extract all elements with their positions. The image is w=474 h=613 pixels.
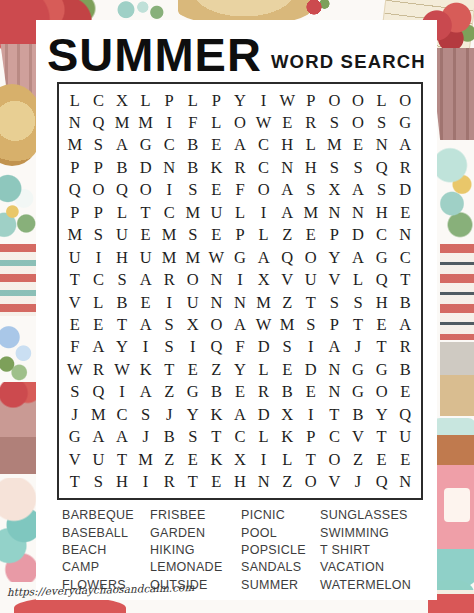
- word-list-item: PICNIC: [241, 507, 320, 524]
- grid-cell-r18c8: H: [228, 471, 252, 493]
- grid-cell-r6c1: P: [63, 202, 87, 224]
- grid-cell-r11c7: O: [205, 314, 229, 336]
- grid-cell-r16c14: T: [370, 426, 394, 448]
- grid-cell-r1c11: P: [299, 89, 323, 111]
- grid-cell-r14c4: A: [134, 381, 158, 403]
- grid-cell-r7c8: P: [228, 224, 252, 246]
- grid-cell-r16c2: A: [87, 426, 111, 448]
- grid-cell-r6c4: T: [134, 202, 158, 224]
- grid-cell-r8c4: U: [134, 246, 158, 268]
- grid-cell-r9c12: V: [323, 269, 347, 291]
- grid-cell-r14c9: R: [252, 381, 276, 403]
- grid-cell-r3c12: M: [323, 134, 347, 156]
- patterned-cloth-illustration-right: [440, 244, 474, 340]
- grid-cell-r5c6: S: [181, 179, 205, 201]
- grid-cell-r4c15: R: [393, 157, 417, 179]
- grid-cell-r8c3: H: [110, 246, 134, 268]
- grid-cell-r8c14: G: [370, 246, 394, 268]
- grid-cell-r2c8: O: [228, 112, 252, 134]
- grid-cell-r4c3: B: [110, 157, 134, 179]
- grid-cell-r6c12: N: [323, 202, 347, 224]
- grid-cell-r11c2: E: [87, 314, 111, 336]
- grid-cell-r13c8: Y: [228, 359, 252, 381]
- grid-cell-r7c3: U: [110, 224, 134, 246]
- word-list-item: BARBEQUE: [62, 507, 150, 524]
- grid-cell-r18c12: V: [323, 471, 347, 493]
- grid-cell-r12c11: I: [299, 336, 323, 358]
- teal-flowers-illustration-left: [0, 172, 40, 238]
- grid-cell-r10c13: S: [346, 291, 370, 313]
- grid-cell-r8c10: Q: [275, 246, 299, 268]
- grid-cell-r12c8: F: [228, 336, 252, 358]
- grid-cell-r11c14: E: [370, 314, 394, 336]
- grid-cell-r17c5: Z: [157, 448, 181, 470]
- grid-cell-r5c2: O: [87, 179, 111, 201]
- grid-cell-r16c12: C: [323, 426, 347, 448]
- grid-cell-r8c1: U: [63, 246, 87, 268]
- grid-cell-r13c5: T: [157, 359, 181, 381]
- grid-cell-r3c10: H: [275, 134, 299, 156]
- grid-cell-r12c13: J: [346, 336, 370, 358]
- grid-cell-r9c10: V: [275, 269, 299, 291]
- grid-cell-r6c14: H: [370, 202, 394, 224]
- title-summer: SUMMER: [47, 30, 262, 79]
- grid-cell-r9c11: U: [299, 269, 323, 291]
- grid-cell-r3c3: A: [110, 134, 134, 156]
- grid-cell-r12c9: D: [252, 336, 276, 358]
- grid-cell-r6c3: L: [110, 202, 134, 224]
- grid-cell-r2c7: L: [205, 112, 229, 134]
- grid-cell-r12c2: A: [87, 336, 111, 358]
- grid-cell-r5c3: Q: [110, 179, 134, 201]
- grid-cell-r9c8: I: [228, 269, 252, 291]
- grid-cell-r16c5: B: [157, 426, 181, 448]
- grid-cell-r11c1: E: [63, 314, 87, 336]
- grid-cell-r3c4: G: [134, 134, 158, 156]
- grid-cell-r17c1: V: [63, 448, 87, 470]
- grid-cell-r4c1: P: [63, 157, 87, 179]
- grid-cell-r15c15: Q: [393, 404, 417, 426]
- grid-cell-r13c10: E: [275, 359, 299, 381]
- grid-cell-r17c10: L: [275, 448, 299, 470]
- grid-cell-r5c9: O: [252, 179, 276, 201]
- grid-cell-r15c4: S: [134, 404, 158, 426]
- grid-cell-r11c13: T: [346, 314, 370, 336]
- grid-cell-r12c12: A: [323, 336, 347, 358]
- puzzle-card: SUMMER WORD SEARCH LCXLPLPYIWPOOLONQMMIF…: [36, 20, 437, 600]
- grid-cell-r13c1: W: [63, 359, 87, 381]
- grid-cell-r1c4: L: [134, 89, 158, 111]
- grid-cell-r1c9: I: [252, 89, 276, 111]
- grid-cell-r8c9: A: [252, 246, 276, 268]
- grid-cell-r10c4: E: [134, 291, 158, 313]
- blue-flowers-illustration-left: [0, 318, 36, 382]
- grid-cell-r2c9: W: [252, 112, 276, 134]
- grid-cell-r15c2: M: [87, 404, 111, 426]
- grid-cell-r8c13: A: [346, 246, 370, 268]
- word-list-item: LEMONADE: [150, 559, 241, 576]
- grid-cell-r12c14: T: [370, 336, 394, 358]
- grid-cell-r5c10: A: [275, 179, 299, 201]
- grid-cell-r12c1: F: [63, 336, 87, 358]
- grid-cell-r7c15: N: [393, 224, 417, 246]
- grid-cell-r16c7: T: [205, 426, 229, 448]
- strawberry-illustration-top: [302, 0, 332, 18]
- grid-cell-r11c4: A: [134, 314, 158, 336]
- grid-cell-r18c5: R: [157, 471, 181, 493]
- grid-cell-r11c8: A: [228, 314, 252, 336]
- grid-cell-r18c11: O: [299, 471, 323, 493]
- grid-cell-r2c11: R: [299, 112, 323, 134]
- grid-cell-r7c1: M: [63, 224, 87, 246]
- flowers-illustration-right: [436, 146, 474, 242]
- grid-cell-r17c14: E: [370, 448, 394, 470]
- grid-cell-r16c15: U: [393, 426, 417, 448]
- grid-cell-r15c13: B: [346, 404, 370, 426]
- grid-cell-r1c14: L: [370, 89, 394, 111]
- grid-cell-r18c9: N: [252, 471, 276, 493]
- grid-cell-r4c7: K: [205, 157, 229, 179]
- grid-cell-r7c11: E: [299, 224, 323, 246]
- word-list: BARBEQUEBASEBALLBEACHCAMPFLOWERSFRISBEEG…: [62, 507, 437, 593]
- grid-cell-r13c4: K: [134, 359, 158, 381]
- grid-cell-r18c7: E: [205, 471, 229, 493]
- grid-cell-r16c11: P: [299, 426, 323, 448]
- grid-cell-r18c14: Q: [370, 471, 394, 493]
- grid-cell-r10c10: Z: [275, 291, 299, 313]
- grid-cell-r7c12: P: [323, 224, 347, 246]
- grid-cell-r2c4: M: [134, 112, 158, 134]
- grid-cell-r18c3: H: [110, 471, 134, 493]
- grid-cell-r3c11: L: [299, 134, 323, 156]
- grid-cell-r6c10: A: [275, 202, 299, 224]
- grid-cell-r2c3: M: [110, 112, 134, 134]
- grid-cell-r13c15: B: [393, 359, 417, 381]
- grid-cell-r16c13: V: [346, 426, 370, 448]
- grid-cell-r7c2: S: [87, 224, 111, 246]
- grid-cell-r9c9: X: [252, 269, 276, 291]
- grid-cell-r8c5: M: [157, 246, 181, 268]
- grid-cell-r7c9: L: [252, 224, 276, 246]
- grid-cell-r8c2: I: [87, 246, 111, 268]
- grid-cell-r15c5: J: [157, 404, 181, 426]
- grid-cell-r15c14: Y: [370, 404, 394, 426]
- grid-cell-r10c8: N: [228, 291, 252, 313]
- grid-cell-r17c8: X: [228, 448, 252, 470]
- lemonade-jar-label-illustration: [444, 488, 470, 522]
- grid-cell-r2c12: S: [323, 112, 347, 134]
- grid-cell-r17c3: T: [110, 448, 134, 470]
- grid-cell-r2c1: N: [63, 112, 87, 134]
- grid-cell-r10c3: B: [110, 291, 134, 313]
- grid-cell-r5c1: Q: [63, 179, 87, 201]
- grid-cell-r14c11: E: [299, 381, 323, 403]
- grid-cell-r15c9: D: [252, 404, 276, 426]
- grid-cell-r5c8: F: [228, 179, 252, 201]
- grid-cell-r5c5: I: [157, 179, 181, 201]
- grid-cell-r2c5: I: [157, 112, 181, 134]
- grid-cell-r4c6: B: [181, 157, 205, 179]
- grid-cell-r17c6: E: [181, 448, 205, 470]
- patterned-towel-illustration-left: [0, 244, 36, 316]
- grid-cell-r10c12: S: [323, 291, 347, 313]
- grid-cell-r10c14: H: [370, 291, 394, 313]
- grid-cell-r16c6: S: [181, 426, 205, 448]
- grid-cell-r9c4: A: [134, 269, 158, 291]
- grid-cell-r9c7: N: [205, 269, 229, 291]
- word-list-item: SANDALS: [241, 559, 320, 576]
- grid-cell-r12c5: S: [157, 336, 181, 358]
- grid-cell-r18c10: Z: [275, 471, 299, 493]
- grid-cell-r14c10: B: [275, 381, 299, 403]
- grid-cell-r4c12: S: [323, 157, 347, 179]
- grid-cell-r15c8: A: [228, 404, 252, 426]
- grid-cell-r6c5: C: [157, 202, 181, 224]
- letter-grid: LCXLPLPYIWPOOLONQMMIFLOWERSOSGMSAGCBEACH…: [57, 82, 423, 500]
- grid-cell-r7c6: S: [181, 224, 205, 246]
- grid-cell-r4c14: Q: [370, 157, 394, 179]
- grid-cell-r9c2: C: [87, 269, 111, 291]
- grid-cell-r10c5: I: [157, 291, 181, 313]
- grid-cell-r12c6: I: [181, 336, 205, 358]
- grid-cell-r13c11: D: [299, 359, 323, 381]
- grid-cell-r4c8: R: [228, 157, 252, 179]
- grid-cell-r13c3: W: [110, 359, 134, 381]
- grid-cell-r12c15: R: [393, 336, 417, 358]
- grid-cell-r4c9: C: [252, 157, 276, 179]
- grid-cell-r13c13: G: [346, 359, 370, 381]
- grid-cell-r8c8: G: [228, 246, 252, 268]
- grid-cell-r8c6: M: [181, 246, 205, 268]
- grid-cell-r7c10: Z: [275, 224, 299, 246]
- grid-cell-r13c6: E: [181, 359, 205, 381]
- grid-cell-r11c3: T: [110, 314, 134, 336]
- word-list-item: SUMMER: [241, 577, 320, 594]
- grid-cell-r12c7: Q: [205, 336, 229, 358]
- grid-cell-r2c6: F: [181, 112, 205, 134]
- grid-cell-r2c10: E: [275, 112, 299, 134]
- grid-cell-r18c2: S: [87, 471, 111, 493]
- grid-cell-r9c14: Q: [370, 269, 394, 291]
- grid-cell-r1c8: Y: [228, 89, 252, 111]
- word-list-item: POOL: [241, 525, 320, 542]
- grid-cell-r14c7: B: [205, 381, 229, 403]
- grid-cell-r5c14: S: [370, 179, 394, 201]
- grid-cell-r8c15: C: [393, 246, 417, 268]
- grid-cell-r11c11: S: [299, 314, 323, 336]
- grid-cell-r9c15: T: [393, 269, 417, 291]
- grid-cell-r15c12: T: [323, 404, 347, 426]
- grid-cell-r6c9: I: [252, 202, 276, 224]
- word-list-item: CAMP: [62, 559, 150, 576]
- grid-cell-r5c12: X: [323, 179, 347, 201]
- grid-cell-r1c15: O: [393, 89, 417, 111]
- grid-cell-r13c7: Z: [205, 359, 229, 381]
- word-list-item: T SHIRT: [320, 542, 437, 559]
- grid-cell-r10c9: M: [252, 291, 276, 313]
- grid-cell-r2c14: S: [370, 112, 394, 134]
- grid-cell-r16c9: L: [252, 426, 276, 448]
- grid-cell-r5c15: D: [393, 179, 417, 201]
- grid-cell-r3c1: M: [63, 134, 87, 156]
- grid-cell-r1c12: O: [323, 89, 347, 111]
- grid-cell-r15c10: X: [275, 404, 299, 426]
- grid-cell-r6c11: M: [299, 202, 323, 224]
- grid-cell-r1c2: C: [87, 89, 111, 111]
- grid-cell-r17c13: Z: [346, 448, 370, 470]
- grid-cell-r12c3: Y: [110, 336, 134, 358]
- grid-cell-r9c6: O: [181, 269, 205, 291]
- grid-cell-r13c2: R: [87, 359, 111, 381]
- grid-cell-r6c7: U: [205, 202, 229, 224]
- grid-cell-r14c15: E: [393, 381, 417, 403]
- grid-cell-r17c9: I: [252, 448, 276, 470]
- word-list-item: WATERMELON: [320, 577, 437, 594]
- grid-cell-r6c6: M: [181, 202, 205, 224]
- grid-cell-r17c2: U: [87, 448, 111, 470]
- grid-cell-r18c6: T: [181, 471, 205, 493]
- grid-cell-r13c9: L: [252, 359, 276, 381]
- grid-cell-r16c10: K: [275, 426, 299, 448]
- grid-cell-r10c15: B: [393, 291, 417, 313]
- grid-cell-r3c9: C: [252, 134, 276, 156]
- grid-cell-r16c4: J: [134, 426, 158, 448]
- grid-cell-r8c7: W: [205, 246, 229, 268]
- grid-cell-r5c7: E: [205, 179, 229, 201]
- word-list-item: VACATION: [320, 559, 437, 576]
- title-word-search: WORD SEARCH: [262, 51, 426, 79]
- grid-cell-r18c1: T: [63, 471, 87, 493]
- grid-cell-r17c7: K: [205, 448, 229, 470]
- grid-cell-r8c12: Y: [323, 246, 347, 268]
- grid-cell-r15c7: K: [205, 404, 229, 426]
- grid-cell-r17c12: O: [323, 448, 347, 470]
- grid-cell-r12c10: S: [275, 336, 299, 358]
- grid-cell-r14c6: G: [181, 381, 205, 403]
- grid-cell-r4c10: N: [275, 157, 299, 179]
- word-list-column: SUNGLASSESSWIMMINGT SHIRTVACATIONWATERME…: [320, 507, 437, 593]
- grid-cell-r1c6: L: [181, 89, 205, 111]
- grid-cell-r14c8: E: [228, 381, 252, 403]
- grid-cell-r5c11: S: [299, 179, 323, 201]
- grid-cell-r8c11: O: [299, 246, 323, 268]
- grid-cell-r17c4: M: [134, 448, 158, 470]
- grid-cell-r9c1: T: [63, 269, 87, 291]
- grid-cell-r17c15: E: [393, 448, 417, 470]
- grid-cell-r16c1: G: [63, 426, 87, 448]
- grid-cell-r18c13: J: [346, 471, 370, 493]
- grid-cell-r3c6: B: [181, 134, 205, 156]
- grid-cell-r10c2: L: [87, 291, 111, 313]
- word-list-item: GARDEN: [150, 525, 241, 542]
- grid-cell-r3c15: A: [393, 134, 417, 156]
- grid-cell-r14c3: I: [110, 381, 134, 403]
- grid-cell-r1c5: P: [157, 89, 181, 111]
- grid-cell-r17c11: T: [299, 448, 323, 470]
- grid-cell-r14c14: O: [370, 381, 394, 403]
- grid-cell-r10c6: U: [181, 291, 205, 313]
- grid-cell-r7c14: C: [370, 224, 394, 246]
- word-list-item: BASEBALL: [62, 525, 150, 542]
- grid-cell-r2c15: G: [393, 112, 417, 134]
- grid-cell-r14c13: G: [346, 381, 370, 403]
- grid-cell-r11c9: W: [252, 314, 276, 336]
- grid-cell-r4c2: P: [87, 157, 111, 179]
- cutting-board-illustration-right: [440, 342, 474, 416]
- grid-cell-r1c13: O: [346, 89, 370, 111]
- grid-cell-r2c13: O: [346, 112, 370, 134]
- grid-cell-r2c2: Q: [87, 112, 111, 134]
- grid-cell-r5c4: O: [134, 179, 158, 201]
- word-list-column: PICNICPOOLPOPSICLESANDALSSUMMER: [241, 507, 320, 593]
- grid-cell-r15c11: I: [299, 404, 323, 426]
- grid-cell-r1c3: X: [110, 89, 134, 111]
- grid-cell-r5c13: A: [346, 179, 370, 201]
- word-list-item: HIKING: [150, 542, 241, 559]
- grid-cell-r15c6: Y: [181, 404, 205, 426]
- grid-cell-r11c15: A: [393, 314, 417, 336]
- grid-cell-r14c1: S: [63, 381, 87, 403]
- grid-cell-r6c2: P: [87, 202, 111, 224]
- grid-cell-r10c1: V: [63, 291, 87, 313]
- grid-cell-r10c7: N: [205, 291, 229, 313]
- word-list-item: POPSICLE: [241, 542, 320, 559]
- grid-cell-r7c4: E: [134, 224, 158, 246]
- grid-cell-r11c6: X: [181, 314, 205, 336]
- grid-cell-r12c4: I: [134, 336, 158, 358]
- word-list-item: SUNGLASSES: [320, 507, 437, 524]
- grid-cell-r1c7: P: [205, 89, 229, 111]
- word-list-column: BARBEQUEBASEBALLBEACHCAMPFLOWERS: [62, 507, 150, 593]
- grid-cell-r13c12: N: [323, 359, 347, 381]
- grid-cell-r13c14: G: [370, 359, 394, 381]
- grid-cell-r18c15: N: [393, 471, 417, 493]
- grid-cell-r11c5: S: [157, 314, 181, 336]
- grid-cell-r6c8: L: [228, 202, 252, 224]
- grid-cell-r4c13: S: [346, 157, 370, 179]
- word-list-item: SWIMMING: [320, 525, 437, 542]
- grid-cell-r15c1: J: [63, 404, 87, 426]
- grid-cell-r7c7: E: [205, 224, 229, 246]
- grid-cell-r9c5: R: [157, 269, 181, 291]
- grid-cell-r7c5: M: [157, 224, 181, 246]
- grid-cell-r3c13: E: [346, 134, 370, 156]
- grid-cell-r14c12: N: [323, 381, 347, 403]
- grid-cell-r9c3: S: [110, 269, 134, 291]
- word-list-item: BEACH: [62, 542, 150, 559]
- grid-cell-r6c13: N: [346, 202, 370, 224]
- grid-cell-r18c4: I: [134, 471, 158, 493]
- grid-cell-r14c2: Q: [87, 381, 111, 403]
- grid-cell-r16c3: A: [110, 426, 134, 448]
- grid-cell-r4c11: H: [299, 157, 323, 179]
- grid-cell-r3c2: S: [87, 134, 111, 156]
- grid-cell-r4c4: D: [134, 157, 158, 179]
- grid-cell-r1c1: L: [63, 89, 87, 111]
- grid-cell-r7c13: D: [346, 224, 370, 246]
- grid-cell-r3c8: A: [228, 134, 252, 156]
- grid-cell-r6c15: E: [393, 202, 417, 224]
- page-title: SUMMER WORD SEARCH: [36, 20, 437, 79]
- grid-cell-r11c12: P: [323, 314, 347, 336]
- grid-cell-r15c3: C: [110, 404, 134, 426]
- grid-cell-r14c5: Z: [157, 381, 181, 403]
- grid-cell-r3c14: N: [370, 134, 394, 156]
- grid-cell-r1c10: W: [275, 89, 299, 111]
- grid-cell-r3c7: E: [205, 134, 229, 156]
- word-list-column: FRISBEEGARDENHIKINGLEMONADEOUTSIDE: [150, 507, 241, 593]
- grid-cell-r9c13: L: [346, 269, 370, 291]
